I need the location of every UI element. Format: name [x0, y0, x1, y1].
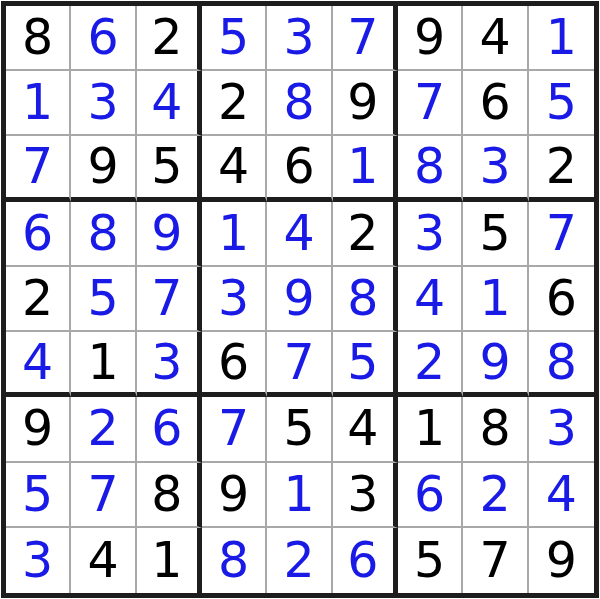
- solved-digit: 3: [87, 78, 118, 127]
- solved-digit: 2: [414, 338, 445, 387]
- cell-r4c6[interactable]: 2: [333, 202, 398, 267]
- solved-digit: 5: [22, 470, 53, 519]
- given-digit: 4: [218, 142, 249, 191]
- cell-r7c7[interactable]: 1: [398, 397, 463, 462]
- cell-r3c3[interactable]: 5: [137, 136, 202, 201]
- solved-digit: 6: [87, 13, 118, 62]
- cell-r3c6[interactable]: 1: [333, 136, 398, 201]
- cell-r6c7[interactable]: 2: [398, 332, 463, 397]
- solved-digit: 9: [479, 338, 510, 387]
- solved-digit: 7: [347, 13, 378, 62]
- given-digit: 9: [414, 13, 445, 62]
- cell-r1c6[interactable]: 7: [333, 6, 398, 71]
- cell-r5c4[interactable]: 3: [202, 267, 267, 332]
- cell-r6c4[interactable]: 6: [202, 332, 267, 397]
- solved-digit: 2: [479, 470, 510, 519]
- cell-r9c9[interactable]: 9: [529, 528, 594, 593]
- solved-digit: 5: [87, 274, 118, 323]
- solved-digit: 4: [283, 209, 314, 258]
- cell-r2c2[interactable]: 3: [71, 71, 136, 136]
- given-digit: 9: [22, 404, 53, 453]
- solved-digit: 6: [151, 404, 182, 453]
- given-digit: 4: [347, 404, 378, 453]
- given-digit: 2: [22, 274, 53, 323]
- cell-r6c5[interactable]: 7: [267, 332, 332, 397]
- solved-digit: 1: [347, 142, 378, 191]
- cell-r6c1[interactable]: 4: [6, 332, 71, 397]
- solved-digit: 3: [546, 404, 577, 453]
- solved-digit: 8: [347, 274, 378, 323]
- cell-r1c8[interactable]: 4: [463, 6, 528, 71]
- solved-digit: 8: [283, 78, 314, 127]
- given-digit: 6: [283, 142, 314, 191]
- cell-r4c1[interactable]: 6: [6, 202, 71, 267]
- solved-digit: 1: [22, 78, 53, 127]
- cell-r7c6[interactable]: 4: [333, 397, 398, 462]
- cell-r9c7[interactable]: 5: [398, 528, 463, 593]
- cell-r7c2[interactable]: 2: [71, 397, 136, 462]
- solved-digit: 7: [87, 470, 118, 519]
- cell-r8c1[interactable]: 5: [6, 463, 71, 528]
- cell-r4c5[interactable]: 4: [267, 202, 332, 267]
- solved-digit: 5: [347, 338, 378, 387]
- solved-digit: 4: [414, 274, 445, 323]
- cell-r1c1[interactable]: 8: [6, 6, 71, 71]
- given-digit: 5: [414, 536, 445, 585]
- cell-r1c7[interactable]: 9: [398, 6, 463, 71]
- solved-digit: 6: [347, 536, 378, 585]
- given-digit: 8: [22, 13, 53, 62]
- solved-digit: 5: [546, 78, 577, 127]
- cell-r5c3[interactable]: 7: [137, 267, 202, 332]
- given-digit: 2: [347, 209, 378, 258]
- solved-digit: 3: [22, 536, 53, 585]
- given-digit: 7: [479, 536, 510, 585]
- cell-r6c6[interactable]: 5: [333, 332, 398, 397]
- cell-r2c5[interactable]: 8: [267, 71, 332, 136]
- solved-digit: 1: [283, 470, 314, 519]
- given-digit: 1: [87, 338, 118, 387]
- cell-r5c7[interactable]: 4: [398, 267, 463, 332]
- cell-r9c3[interactable]: 1: [137, 528, 202, 593]
- cell-r4c4[interactable]: 1: [202, 202, 267, 267]
- solved-digit: 7: [22, 142, 53, 191]
- given-digit: 1: [414, 404, 445, 453]
- cell-r8c6[interactable]: 3: [333, 463, 398, 528]
- cell-r2c4[interactable]: 2: [202, 71, 267, 136]
- solved-digit: 3: [414, 209, 445, 258]
- cell-r8c2[interactable]: 7: [71, 463, 136, 528]
- given-digit: 6: [546, 274, 577, 323]
- solved-digit: 2: [283, 536, 314, 585]
- cell-r2c6[interactable]: 9: [333, 71, 398, 136]
- solved-digit: 2: [87, 404, 118, 453]
- cell-r6c8[interactable]: 9: [463, 332, 528, 397]
- cell-r7c8[interactable]: 8: [463, 397, 528, 462]
- given-digit: 6: [218, 338, 249, 387]
- given-digit: 1: [151, 536, 182, 585]
- cell-r2c8[interactable]: 6: [463, 71, 528, 136]
- cell-r4c3[interactable]: 9: [137, 202, 202, 267]
- cell-r2c7[interactable]: 7: [398, 71, 463, 136]
- cell-r6c2[interactable]: 1: [71, 332, 136, 397]
- cell-r5c2[interactable]: 5: [71, 267, 136, 332]
- cell-r5c8[interactable]: 1: [463, 267, 528, 332]
- solved-digit: 1: [479, 274, 510, 323]
- solved-digit: 5: [218, 13, 249, 62]
- given-digit: 9: [546, 536, 577, 585]
- cell-r3c5[interactable]: 6: [267, 136, 332, 201]
- cell-r8c5[interactable]: 1: [267, 463, 332, 528]
- given-digit: 9: [218, 470, 249, 519]
- given-digit: 8: [151, 470, 182, 519]
- cell-r8c7[interactable]: 6: [398, 463, 463, 528]
- cell-r8c4[interactable]: 9: [202, 463, 267, 528]
- cell-r3c7[interactable]: 8: [398, 136, 463, 201]
- cell-r2c9[interactable]: 5: [529, 71, 594, 136]
- cell-r1c2[interactable]: 6: [71, 6, 136, 71]
- cell-r7c9[interactable]: 3: [529, 397, 594, 462]
- solved-digit: 7: [546, 209, 577, 258]
- solved-digit: 4: [546, 470, 577, 519]
- given-digit: 2: [151, 13, 182, 62]
- cell-r5c6[interactable]: 8: [333, 267, 398, 332]
- solved-digit: 8: [414, 142, 445, 191]
- solved-digit: 3: [479, 142, 510, 191]
- cell-r3c1[interactable]: 7: [6, 136, 71, 201]
- solved-digit: 3: [218, 274, 249, 323]
- cell-r9c5[interactable]: 2: [267, 528, 332, 593]
- solved-digit: 8: [87, 209, 118, 258]
- cell-r9c4[interactable]: 8: [202, 528, 267, 593]
- given-digit: 5: [479, 209, 510, 258]
- cell-r1c4[interactable]: 5: [202, 6, 267, 71]
- cell-r5c5[interactable]: 9: [267, 267, 332, 332]
- cell-r1c9[interactable]: 1: [529, 6, 594, 71]
- cell-r1c3[interactable]: 2: [137, 6, 202, 71]
- solved-digit: 3: [151, 338, 182, 387]
- solved-digit: 8: [218, 536, 249, 585]
- cell-r7c3[interactable]: 6: [137, 397, 202, 462]
- given-digit: 8: [479, 404, 510, 453]
- cell-r3c8[interactable]: 3: [463, 136, 528, 201]
- solved-digit: 4: [151, 78, 182, 127]
- cell-r3c4[interactable]: 4: [202, 136, 267, 201]
- cell-r2c1[interactable]: 1: [6, 71, 71, 136]
- solved-digit: 9: [151, 209, 182, 258]
- cell-r4c9[interactable]: 7: [529, 202, 594, 267]
- cell-r5c9[interactable]: 6: [529, 267, 594, 332]
- cell-r6c3[interactable]: 3: [137, 332, 202, 397]
- given-digit: 5: [151, 142, 182, 191]
- cell-r9c8[interactable]: 7: [463, 528, 528, 593]
- cell-r7c5[interactable]: 5: [267, 397, 332, 462]
- solved-digit: 6: [22, 209, 53, 258]
- solved-digit: 3: [283, 13, 314, 62]
- solved-digit: 7: [218, 404, 249, 453]
- cell-r7c4[interactable]: 7: [202, 397, 267, 462]
- cell-r8c9[interactable]: 4: [529, 463, 594, 528]
- given-digit: 2: [546, 142, 577, 191]
- solved-digit: 9: [283, 274, 314, 323]
- solved-digit: 7: [414, 78, 445, 127]
- given-digit: 9: [347, 78, 378, 127]
- given-digit: 4: [87, 536, 118, 585]
- cell-r3c9[interactable]: 2: [529, 136, 594, 201]
- cell-r2c3[interactable]: 4: [137, 71, 202, 136]
- cell-r4c8[interactable]: 5: [463, 202, 528, 267]
- solved-digit: 8: [546, 338, 577, 387]
- cell-r1c5[interactable]: 3: [267, 6, 332, 71]
- cell-r9c1[interactable]: 3: [6, 528, 71, 593]
- given-digit: 9: [87, 142, 118, 191]
- cell-r3c2[interactable]: 9: [71, 136, 136, 201]
- given-digit: 5: [283, 404, 314, 453]
- cell-r4c2[interactable]: 8: [71, 202, 136, 267]
- given-digit: 6: [479, 78, 510, 127]
- solved-digit: 6: [414, 470, 445, 519]
- solved-digit: 7: [151, 274, 182, 323]
- cell-r6c9[interactable]: 8: [529, 332, 594, 397]
- solved-digit: 1: [546, 13, 577, 62]
- sudoku-board-container: 8625379411342897657954618326891423572573…: [0, 0, 600, 599]
- sudoku-board: 8625379411342897657954618326891423572573…: [1, 1, 599, 598]
- cell-r9c2[interactable]: 4: [71, 528, 136, 593]
- solved-digit: 7: [283, 338, 314, 387]
- given-digit: 3: [347, 470, 378, 519]
- cell-r8c8[interactable]: 2: [463, 463, 528, 528]
- cell-r4c7[interactable]: 3: [398, 202, 463, 267]
- cell-r8c3[interactable]: 8: [137, 463, 202, 528]
- cell-r5c1[interactable]: 2: [6, 267, 71, 332]
- cell-r7c1[interactable]: 9: [6, 397, 71, 462]
- given-digit: 2: [218, 78, 249, 127]
- solved-digit: 4: [22, 338, 53, 387]
- solved-digit: 1: [218, 209, 249, 258]
- given-digit: 4: [479, 13, 510, 62]
- cell-r9c6[interactable]: 6: [333, 528, 398, 593]
